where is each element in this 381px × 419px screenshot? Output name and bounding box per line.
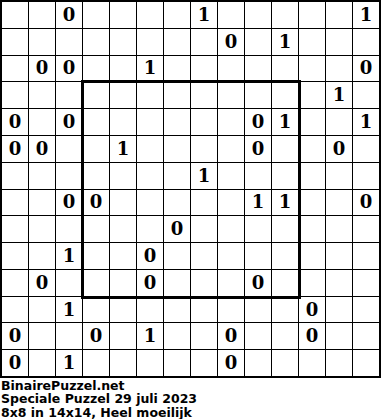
- puzzle-cell-given-r5c9: 0: [245, 136, 271, 162]
- puzzle-cell-empty-r1c9[interactable]: [245, 29, 271, 55]
- puzzle-cell-given-r13c2: 1: [56, 350, 82, 376]
- puzzle-cell-empty-r7c6[interactable]: [164, 190, 190, 216]
- puzzle-cell-empty-r8c4[interactable]: [110, 216, 136, 242]
- puzzle-cell-empty-r8c10[interactable]: [272, 216, 298, 242]
- puzzle-cell-given-r12c0: 0: [2, 323, 28, 349]
- puzzle-cell-empty-r10c0[interactable]: [2, 270, 28, 296]
- puzzle-cell-given-r6c7: 1: [191, 163, 217, 189]
- puzzle-cell-given-r11c2: 1: [56, 297, 82, 323]
- puzzle-cell-empty-r8c13[interactable]: [353, 216, 379, 242]
- puzzle-cell-given-r5c4: 1: [110, 136, 136, 162]
- puzzle-cell-empty-r9c9[interactable]: [245, 243, 271, 269]
- puzzle-cell-empty-r7c0[interactable]: [2, 190, 28, 216]
- puzzle-cell-empty-r4c3[interactable]: [83, 109, 109, 135]
- puzzle-cell-given-r7c10: 1: [272, 190, 298, 216]
- puzzle-cell-given-r0c2: 0: [56, 2, 82, 28]
- puzzle-cell-empty-r3c6[interactable]: [164, 82, 190, 108]
- board-wrap: 0110100101000110010010011001000010001000…: [0, 0, 381, 378]
- puzzle-cell-empty-r4c8[interactable]: [218, 109, 244, 135]
- puzzle-cell-empty-r2c6[interactable]: [164, 56, 190, 82]
- puzzle-cell-empty-r11c6[interactable]: [164, 297, 190, 323]
- puzzle-cell-given-r4c13: 1: [353, 109, 379, 135]
- puzzle-cell-empty-r11c9[interactable]: [245, 297, 271, 323]
- puzzle-cell-given-r8c6: 0: [164, 216, 190, 242]
- puzzle-cell-empty-r11c4[interactable]: [110, 297, 136, 323]
- puzzle-cell-empty-r3c7[interactable]: [191, 82, 217, 108]
- puzzle-cell-empty-r9c6[interactable]: [164, 243, 190, 269]
- puzzle-cell-empty-r10c4[interactable]: [110, 270, 136, 296]
- puzzle-cell-given-r2c5: 1: [137, 56, 163, 82]
- puzzle-cell-empty-r5c6[interactable]: [164, 136, 190, 162]
- puzzle-cell-empty-r5c8[interactable]: [218, 136, 244, 162]
- puzzle-cell-empty-r6c13[interactable]: [353, 163, 379, 189]
- puzzle-cell-given-r0c7: 1: [191, 2, 217, 28]
- puzzle-cell-empty-r10c3[interactable]: [83, 270, 109, 296]
- puzzle-cell-given-r4c10: 1: [272, 109, 298, 135]
- puzzle-details: 8x8 in 14x14, Heel moeilijk: [1, 406, 381, 419]
- puzzle-cell-empty-r2c12[interactable]: [326, 56, 352, 82]
- puzzle-cell-empty-r5c13[interactable]: [353, 136, 379, 162]
- puzzle-cell-empty-r3c1[interactable]: [29, 82, 55, 108]
- puzzle-cell-empty-r13c1[interactable]: [29, 350, 55, 376]
- puzzle-cell-given-r4c0: 0: [2, 109, 28, 135]
- puzzle-cell-empty-r9c8[interactable]: [218, 243, 244, 269]
- puzzle-cell-empty-r4c4[interactable]: [110, 109, 136, 135]
- puzzle-cell-empty-r12c2[interactable]: [56, 323, 82, 349]
- puzzle-cell-given-r5c0: 0: [2, 136, 28, 162]
- puzzle-cell-empty-r11c3[interactable]: [83, 297, 109, 323]
- puzzle-cell-empty-r3c0[interactable]: [2, 82, 28, 108]
- puzzle-cell-empty-r4c12[interactable]: [326, 109, 352, 135]
- puzzle-cell-empty-r0c5[interactable]: [137, 2, 163, 28]
- puzzle-cell-empty-r10c2[interactable]: [56, 270, 82, 296]
- puzzle-cell-empty-r0c10[interactable]: [272, 2, 298, 28]
- puzzle-cell-empty-r6c5[interactable]: [137, 163, 163, 189]
- puzzle-cell-given-r13c0: 0: [2, 350, 28, 376]
- puzzle-cell-empty-r9c1[interactable]: [29, 243, 55, 269]
- puzzle-cell-empty-r13c11[interactable]: [299, 350, 325, 376]
- puzzle-cell-empty-r11c12[interactable]: [326, 297, 352, 323]
- puzzle-cell-empty-r9c12[interactable]: [326, 243, 352, 269]
- puzzle-cell-empty-r1c0[interactable]: [2, 29, 28, 55]
- puzzle-cell-empty-r10c8[interactable]: [218, 270, 244, 296]
- puzzle-cell-empty-r8c2[interactable]: [56, 216, 82, 242]
- puzzle-cell-given-r9c5: 0: [137, 243, 163, 269]
- puzzle-cell-empty-r1c6[interactable]: [164, 29, 190, 55]
- puzzle-cell-empty-r13c6[interactable]: [164, 350, 190, 376]
- puzzle-cell-empty-r0c12[interactable]: [326, 2, 352, 28]
- puzzle-cell-given-r10c5: 0: [137, 270, 163, 296]
- puzzle-cell-given-r13c8: 0: [218, 350, 244, 376]
- puzzle-cell-empty-r11c10[interactable]: [272, 297, 298, 323]
- puzzle-cell-empty-r13c4[interactable]: [110, 350, 136, 376]
- puzzle-cell-empty-r8c3[interactable]: [83, 216, 109, 242]
- puzzle-cell-empty-r7c1[interactable]: [29, 190, 55, 216]
- puzzle-cell-given-r11c11: 0: [299, 297, 325, 323]
- puzzle-cell-given-r9c2: 1: [56, 243, 82, 269]
- puzzle-cell-empty-r10c11[interactable]: [299, 270, 325, 296]
- puzzle-cell-empty-r8c11[interactable]: [299, 216, 325, 242]
- puzzle-cell-empty-r6c3[interactable]: [83, 163, 109, 189]
- binary-puzzle-board: 0110100101000110010010011001000010001000…: [0, 0, 381, 378]
- puzzle-cell-empty-r9c11[interactable]: [299, 243, 325, 269]
- puzzle-cell-empty-r13c13[interactable]: [353, 350, 379, 376]
- puzzle-cell-empty-r12c12[interactable]: [326, 323, 352, 349]
- puzzle-cell-empty-r3c8[interactable]: [218, 82, 244, 108]
- puzzle-cell-empty-r8c9[interactable]: [245, 216, 271, 242]
- puzzle-cell-empty-r6c0[interactable]: [2, 163, 28, 189]
- puzzle-cell-empty-r0c6[interactable]: [164, 2, 190, 28]
- puzzle-cell-empty-r12c9[interactable]: [245, 323, 271, 349]
- puzzle-cell-given-r0c13: 1: [353, 2, 379, 28]
- puzzle-cell-given-r3c12: 1: [326, 82, 352, 108]
- puzzle-cell-empty-r5c5[interactable]: [137, 136, 163, 162]
- puzzle-cell-empty-r3c4[interactable]: [110, 82, 136, 108]
- footer: BinairePuzzel.net Speciale Puzzel 29 jul…: [0, 378, 381, 419]
- puzzle-cell-given-r5c12: 0: [326, 136, 352, 162]
- puzzle-cell-empty-r10c12[interactable]: [326, 270, 352, 296]
- puzzle-cell-empty-r0c11[interactable]: [299, 2, 325, 28]
- puzzle-cell-empty-r3c11[interactable]: [299, 82, 325, 108]
- puzzle-cell-empty-r2c4[interactable]: [110, 56, 136, 82]
- puzzle-cell-empty-r2c3[interactable]: [83, 56, 109, 82]
- puzzle-cell-empty-r5c2[interactable]: [56, 136, 82, 162]
- puzzle-cell-empty-r13c12[interactable]: [326, 350, 352, 376]
- puzzle-cell-empty-r4c11[interactable]: [299, 109, 325, 135]
- puzzle-cell-empty-r6c12[interactable]: [326, 163, 352, 189]
- site-name: BinairePuzzel.net: [1, 379, 381, 392]
- puzzle-cell-empty-r0c8[interactable]: [218, 2, 244, 28]
- puzzle-cell-empty-r3c13[interactable]: [353, 82, 379, 108]
- puzzle-cell-empty-r9c7[interactable]: [191, 243, 217, 269]
- puzzle-cell-empty-r12c7[interactable]: [191, 323, 217, 349]
- puzzle-cell-given-r7c13: 0: [353, 190, 379, 216]
- puzzle-cell-empty-r3c10[interactable]: [272, 82, 298, 108]
- puzzle-cell-empty-r10c6[interactable]: [164, 270, 190, 296]
- puzzle-cell-empty-r0c9[interactable]: [245, 2, 271, 28]
- puzzle-cell-empty-r2c0[interactable]: [2, 56, 28, 82]
- puzzle-cell-empty-r3c3[interactable]: [83, 82, 109, 108]
- puzzle-cell-empty-r12c1[interactable]: [29, 323, 55, 349]
- puzzle-cell-empty-r2c7[interactable]: [191, 56, 217, 82]
- puzzle-cell-empty-r6c1[interactable]: [29, 163, 55, 189]
- puzzle-cell-given-r12c3: 0: [83, 323, 109, 349]
- puzzle-cell-empty-r8c8[interactable]: [218, 216, 244, 242]
- puzzle-cell-given-r12c11: 0: [299, 323, 325, 349]
- puzzle-cell-empty-r7c5[interactable]: [137, 190, 163, 216]
- puzzle-cell-empty-r4c5[interactable]: [137, 109, 163, 135]
- puzzle-cell-empty-r10c7[interactable]: [191, 270, 217, 296]
- puzzle-cell-empty-r5c11[interactable]: [299, 136, 325, 162]
- puzzle-cell-given-r12c5: 1: [137, 323, 163, 349]
- puzzle-cell-empty-r2c11[interactable]: [299, 56, 325, 82]
- puzzle-cell-empty-r6c8[interactable]: [218, 163, 244, 189]
- puzzle-cell-empty-r9c13[interactable]: [353, 243, 379, 269]
- puzzle-cell-empty-r6c2[interactable]: [56, 163, 82, 189]
- puzzle-cell-empty-r1c2[interactable]: [56, 29, 82, 55]
- puzzle-cell-given-r7c2: 0: [56, 190, 82, 216]
- puzzle-cell-empty-r6c9[interactable]: [245, 163, 271, 189]
- puzzle-cell-given-r7c3: 0: [83, 190, 109, 216]
- puzzle-subtitle: Speciale Puzzel 29 juli 2023: [1, 392, 381, 405]
- puzzle-cell-empty-r10c13[interactable]: [353, 270, 379, 296]
- puzzle-cell-given-r5c1: 0: [29, 136, 55, 162]
- puzzle-cell-empty-r1c4[interactable]: [110, 29, 136, 55]
- puzzle-cell-empty-r6c10[interactable]: [272, 163, 298, 189]
- puzzle-cell-given-r2c1: 0: [29, 56, 55, 82]
- puzzle-cell-empty-r1c12[interactable]: [326, 29, 352, 55]
- puzzle-cell-empty-r4c6[interactable]: [164, 109, 190, 135]
- puzzle-cell-empty-r2c8[interactable]: [218, 56, 244, 82]
- puzzle-cell-empty-r1c5[interactable]: [137, 29, 163, 55]
- puzzle-cell-empty-r3c9[interactable]: [245, 82, 271, 108]
- puzzle-cell-empty-r13c9[interactable]: [245, 350, 271, 376]
- puzzle-cell-empty-r6c6[interactable]: [164, 163, 190, 189]
- puzzle-cell-empty-r12c6[interactable]: [164, 323, 190, 349]
- puzzle-page: 0110100101000110010010011001000010001000…: [0, 0, 381, 419]
- puzzle-cell-empty-r12c4[interactable]: [110, 323, 136, 349]
- puzzle-cell-empty-r13c10[interactable]: [272, 350, 298, 376]
- puzzle-cell-empty-r2c10[interactable]: [272, 56, 298, 82]
- puzzle-cell-given-r4c9: 0: [245, 109, 271, 135]
- puzzle-cell-given-r2c13: 0: [353, 56, 379, 82]
- puzzle-cell-empty-r9c0[interactable]: [2, 243, 28, 269]
- puzzle-cell-empty-r1c7[interactable]: [191, 29, 217, 55]
- puzzle-cell-given-r4c2: 0: [56, 109, 82, 135]
- puzzle-cell-empty-r9c4[interactable]: [110, 243, 136, 269]
- puzzle-cell-empty-r12c13[interactable]: [353, 323, 379, 349]
- puzzle-cell-empty-r4c7[interactable]: [191, 109, 217, 135]
- puzzle-cell-empty-r8c0[interactable]: [2, 216, 28, 242]
- puzzle-cell-given-r12c8: 0: [218, 323, 244, 349]
- puzzle-cell-empty-r1c3[interactable]: [83, 29, 109, 55]
- puzzle-cell-empty-r0c0[interactable]: [2, 2, 28, 28]
- puzzle-cell-empty-r7c8[interactable]: [218, 190, 244, 216]
- puzzle-cell-empty-r11c7[interactable]: [191, 297, 217, 323]
- puzzle-cell-given-r2c2: 0: [56, 56, 82, 82]
- puzzle-cell-empty-r8c7[interactable]: [191, 216, 217, 242]
- puzzle-cell-empty-r11c8[interactable]: [218, 297, 244, 323]
- puzzle-cell-empty-r13c7[interactable]: [191, 350, 217, 376]
- puzzle-cell-empty-r4c1[interactable]: [29, 109, 55, 135]
- puzzle-cell-empty-r7c11[interactable]: [299, 190, 325, 216]
- puzzle-cell-empty-r3c5[interactable]: [137, 82, 163, 108]
- puzzle-cell-empty-r9c10[interactable]: [272, 243, 298, 269]
- puzzle-cell-empty-r7c12[interactable]: [326, 190, 352, 216]
- puzzle-cell-empty-r11c13[interactable]: [353, 297, 379, 323]
- puzzle-cell-empty-r13c3[interactable]: [83, 350, 109, 376]
- puzzle-cell-empty-r8c5[interactable]: [137, 216, 163, 242]
- puzzle-cell-empty-r0c1[interactable]: [29, 2, 55, 28]
- puzzle-cell-empty-r7c7[interactable]: [191, 190, 217, 216]
- puzzle-cell-empty-r13c5[interactable]: [137, 350, 163, 376]
- puzzle-cell-empty-r8c1[interactable]: [29, 216, 55, 242]
- puzzle-cell-empty-r9c3[interactable]: [83, 243, 109, 269]
- puzzle-cell-empty-r3c2[interactable]: [56, 82, 82, 108]
- puzzle-cell-empty-r6c4[interactable]: [110, 163, 136, 189]
- puzzle-cell-empty-r11c1[interactable]: [29, 297, 55, 323]
- puzzle-cell-empty-r1c1[interactable]: [29, 29, 55, 55]
- puzzle-cell-given-r10c9: 0: [245, 270, 271, 296]
- puzzle-cell-empty-r5c7[interactable]: [191, 136, 217, 162]
- puzzle-cell-empty-r2c9[interactable]: [245, 56, 271, 82]
- puzzle-cell-empty-r1c13[interactable]: [353, 29, 379, 55]
- puzzle-cell-empty-r0c3[interactable]: [83, 2, 109, 28]
- puzzle-cell-empty-r6c11[interactable]: [299, 163, 325, 189]
- puzzle-cell-empty-r5c3[interactable]: [83, 136, 109, 162]
- puzzle-cell-empty-r5c10[interactable]: [272, 136, 298, 162]
- puzzle-cell-given-r1c10: 1: [272, 29, 298, 55]
- puzzle-cell-empty-r7c4[interactable]: [110, 190, 136, 216]
- puzzle-cell-given-r1c8: 0: [218, 29, 244, 55]
- puzzle-cell-empty-r10c10[interactable]: [272, 270, 298, 296]
- puzzle-cell-empty-r1c11[interactable]: [299, 29, 325, 55]
- puzzle-cell-given-r7c9: 1: [245, 190, 271, 216]
- puzzle-cell-given-r10c1: 0: [29, 270, 55, 296]
- puzzle-cell-empty-r11c0[interactable]: [2, 297, 28, 323]
- puzzle-cell-empty-r12c10[interactable]: [272, 323, 298, 349]
- puzzle-cell-empty-r11c5[interactable]: [137, 297, 163, 323]
- puzzle-cell-empty-r8c12[interactable]: [326, 216, 352, 242]
- puzzle-cell-empty-r0c4[interactable]: [110, 2, 136, 28]
